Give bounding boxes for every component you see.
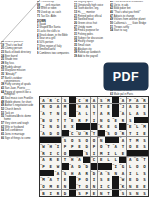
grid-cell-black (69, 110, 76, 116)
cell-letter: N (64, 184, 66, 189)
grid-cell: A (83, 104, 90, 110)
cell-letter: A (57, 171, 59, 176)
grid-cell: 62M (40, 176, 47, 182)
cell-letter: O (49, 104, 51, 109)
grid-cell: D (47, 130, 54, 136)
cell-letter: S (100, 98, 102, 103)
cell-letter: A (122, 138, 124, 143)
cell-letter: I (57, 144, 59, 149)
cell-letter: A (42, 157, 44, 162)
cell-number: 36 (98, 136, 100, 138)
cell-letter: N (114, 171, 116, 176)
clue-item: 39 Add to the payroll (74, 56, 108, 59)
grid-cell: E (105, 104, 112, 110)
grid-cell: 11F (127, 97, 134, 103)
cell-number: 25 (127, 123, 129, 125)
grid-cell: O (98, 143, 105, 149)
cell-letter: R (86, 171, 88, 176)
grid-cell: D (83, 143, 90, 149)
cell-letter: C (71, 131, 73, 136)
cell-letter: O (114, 131, 116, 136)
grid-cell: N (91, 183, 98, 189)
grid-cell: 18A (76, 110, 83, 116)
grid-cell: T (62, 117, 69, 123)
grid-cell: R (76, 117, 83, 123)
grid-cell-black (98, 130, 105, 136)
grid-cell: X (69, 123, 76, 129)
grid-cell: 39H (47, 143, 54, 149)
grid-cell: G (112, 123, 119, 129)
grid-cell: 46H (69, 157, 76, 163)
cell-number: 60 (98, 170, 100, 172)
cell-number: 26 (134, 123, 136, 125)
cell-number: 7 (91, 97, 92, 99)
grid-cell: 23I (40, 123, 47, 129)
cell-letter: P (93, 144, 95, 149)
grid-cell: P (69, 143, 76, 149)
grid-cell-black (112, 190, 119, 196)
grid-cell: S (76, 137, 83, 143)
clues-column-across: 18 Church platform19 “That’s too bad”20 … (1, 41, 36, 197)
cell-number: 67 (76, 183, 78, 185)
cell-letter: D (64, 191, 66, 196)
cell-number: 48 (91, 156, 93, 158)
cell-number: 18 (76, 110, 78, 112)
grid-cell: 12A (134, 97, 141, 103)
grid-cell: 29C (69, 130, 76, 136)
grid-cell: 32T (91, 130, 98, 136)
grid-cell: O (134, 163, 141, 169)
cell-letter: W (122, 177, 124, 182)
cell-number: 21 (69, 117, 71, 119)
grid-cell: T (127, 137, 134, 143)
grid-cell: L (105, 157, 112, 163)
cell-number: 59 (91, 170, 93, 172)
grid-cell: E (141, 104, 148, 110)
grid-cell: 48C (91, 157, 98, 163)
cell-number: 17 (40, 110, 42, 112)
cell-letter: A (122, 98, 124, 103)
grid-cell: E (141, 130, 148, 136)
cell-number: 44 (84, 150, 86, 152)
grid-cell: L (112, 150, 119, 156)
grid-cell: T (54, 176, 61, 182)
cell-letter: T (93, 111, 95, 116)
grid-cell: 54D (83, 163, 90, 169)
cell-letter: D (136, 104, 138, 109)
grid-cell: N (98, 117, 105, 123)
cell-number: 5 (76, 97, 77, 99)
cell-letter: O (71, 138, 73, 143)
grid-cell: T (62, 157, 69, 163)
grid-cell-black (134, 150, 141, 156)
cell-number: 20 (40, 117, 42, 119)
cell-letter: O (129, 144, 131, 149)
grid-cell: T (91, 110, 98, 116)
grid-cell: 41T (105, 143, 112, 149)
cell-letter: C (78, 98, 80, 103)
cell-number: 15 (76, 103, 78, 105)
cell-letter: A (100, 111, 102, 116)
cell-number: 32 (91, 130, 93, 132)
grid-cell: L (134, 170, 141, 176)
grid-cell: 42A (112, 143, 119, 149)
grid-cell-black (40, 170, 47, 176)
cell-number: 71 (120, 189, 122, 191)
cell-number: 13 (141, 97, 143, 99)
cell-letter: A (100, 171, 102, 176)
cell-letter: I (49, 151, 51, 156)
cell-letter: P (86, 191, 88, 196)
grid-cell-black (91, 163, 98, 169)
grid-cell: O (54, 130, 61, 136)
cell-letter: H (78, 104, 80, 109)
grid-cell: 68K (119, 183, 126, 189)
grid-cell: N (54, 110, 61, 116)
cell-letter: O (86, 177, 88, 182)
grid-cell: 24K (98, 123, 105, 129)
grid-cell-black (54, 137, 61, 143)
cell-letter: O (64, 111, 66, 116)
grid-cell: O (112, 130, 119, 136)
grid-cell: I (98, 183, 105, 189)
cell-letter: O (100, 144, 102, 149)
grid-cell: 6H (83, 97, 90, 103)
grid-cell: I (91, 176, 98, 182)
cell-number: 38 (40, 143, 42, 145)
grid-cell: 50G (134, 157, 141, 163)
cell-letter: E (114, 118, 116, 123)
grid-cell: N (62, 183, 69, 189)
cell-number: 19 (120, 110, 122, 112)
grid-cell-black (91, 123, 98, 129)
grid-cell: E (91, 190, 98, 196)
grid-cell: S (127, 190, 134, 196)
cell-letter: L (107, 157, 109, 162)
cell-letter: C (57, 98, 59, 103)
grid-cell: O (91, 137, 98, 143)
cell-number: 65 (120, 176, 122, 178)
pdf-badge-label: PDF (113, 70, 140, 84)
cell-letter: T (100, 104, 102, 109)
cell-letter: A (49, 177, 51, 182)
cell-number: 57 (55, 170, 57, 172)
grid-cell-black (69, 176, 76, 182)
cell-letter: A (71, 164, 73, 169)
cell-number: 6 (84, 97, 85, 99)
grid-cell: 67T (76, 183, 83, 189)
cell-number: 63 (47, 176, 49, 178)
cell-letter: M (107, 98, 109, 103)
cell-letter: R (42, 104, 44, 109)
grid-cell: T (54, 117, 61, 123)
cell-letter: J (122, 104, 124, 109)
cell-letter: I (107, 151, 109, 156)
cell-letter: M (100, 151, 102, 156)
grid-cell: 13R (141, 97, 148, 103)
grid-cell: T (105, 190, 112, 196)
grid-cell: T (47, 110, 54, 116)
cell-letter: E (93, 191, 95, 196)
cell-number: 39 (47, 143, 49, 145)
grid-cell: L (83, 110, 90, 116)
clues-column-down: 10 Slightly open11 Unnaturally high voic… (74, 1, 108, 95)
cell-letter: R (78, 118, 80, 123)
cell-number: 28 (40, 130, 42, 132)
grid-cell: 65W (119, 176, 126, 182)
cell-letter: A (42, 111, 44, 116)
cell-letter: S (143, 138, 145, 143)
grid-cell: 16J (119, 104, 126, 110)
grid-cell: I (91, 117, 98, 123)
pdf-file-badge[interactable]: PDF (104, 63, 148, 90)
cell-letter: E (143, 184, 145, 189)
cell-number: 30 (76, 130, 78, 132)
cell-letter: I (93, 177, 95, 182)
cell-letter: U (78, 131, 80, 136)
grid-cell: 49A (127, 157, 134, 163)
cell-letter: S (64, 138, 66, 143)
cell-number: 68 (120, 183, 122, 185)
cell-letter: D (93, 171, 95, 176)
cell-letter: I (114, 164, 116, 169)
grid-cell: T (127, 130, 134, 136)
cell-letter: T (129, 131, 131, 136)
cell-letter: R (42, 151, 44, 156)
grid-cell: 70S (76, 190, 83, 196)
grid-cell: R (83, 170, 90, 176)
cell-letter: M (64, 104, 66, 109)
cell-letter: T (107, 144, 109, 149)
cell-number: 43 (40, 150, 42, 152)
cell-number: 49 (127, 156, 129, 158)
grid-cell: I (127, 170, 134, 176)
cell-number: 53 (69, 163, 71, 165)
cell-number: 66 (40, 183, 42, 185)
cell-letter: S (129, 118, 131, 123)
grid-cell: A (119, 170, 126, 176)
grid-cell: I (47, 150, 54, 156)
cell-letter: O (57, 131, 59, 136)
cell-letter: H (49, 144, 51, 149)
cell-letter: I (42, 124, 44, 129)
cell-number: 45 (40, 156, 42, 158)
grid-cell: N (98, 190, 105, 196)
cell-letter: O (86, 184, 88, 189)
grid-cell: 5C (76, 97, 83, 103)
cell-number: 33 (105, 130, 107, 132)
cell-number: 62 (40, 176, 42, 178)
cell-letter: A (42, 131, 44, 136)
clue-item: 66 Sign of things to come (1, 138, 36, 141)
grid-cell-black (69, 190, 76, 196)
cell-letter: D (78, 164, 80, 169)
grid-cell: 17A (40, 110, 47, 116)
cell-letter: E (64, 177, 66, 182)
grid-cell: 7A (91, 97, 98, 103)
grid-cell: 1A (40, 97, 47, 103)
grid-cell: E (105, 176, 112, 182)
grid-cell: E (47, 163, 54, 169)
cell-letter: F (129, 98, 131, 103)
grid-cell-black (62, 130, 69, 136)
grid-cell: 69B (40, 190, 47, 196)
cell-number: 55 (112, 163, 114, 165)
grid-cell: E (54, 157, 61, 163)
cell-letter: T (57, 118, 59, 123)
cell-letter: A (78, 171, 80, 176)
cell-letter: I (93, 151, 95, 156)
grid-cell-black (69, 97, 76, 103)
cell-number: 41 (105, 143, 107, 145)
grid-cell: S (141, 110, 148, 116)
cell-letter: S (143, 171, 145, 176)
cell-letter: N (100, 118, 102, 123)
grid-cell: L (112, 157, 119, 163)
grid-cell: 28A (40, 130, 47, 136)
cell-letter: I (93, 118, 95, 123)
cell-letter: O (143, 164, 145, 169)
cell-letter: O (136, 164, 138, 169)
cell-number: 27 (141, 123, 143, 125)
grid-cell: 43R (40, 150, 47, 156)
cell-letter: G (136, 157, 138, 162)
grid-cell: L (127, 163, 134, 169)
grid-cell-black (119, 123, 126, 129)
clues-column-across-end-and-down: 67 Pick-me-up68 ___-jerk reaction69 Wren… (37, 1, 72, 95)
grid-cell-black (112, 110, 119, 116)
grid-cell: 27M (141, 123, 148, 129)
cell-letter: S (107, 171, 109, 176)
cell-number: 34 (120, 130, 122, 132)
grid-cell: R (119, 117, 126, 123)
cell-letter: G (122, 164, 124, 169)
cell-letter: T (107, 191, 109, 196)
cell-number: 14 (40, 103, 42, 105)
cell-letter: R (49, 98, 51, 103)
cell-letter: A (78, 111, 80, 116)
grid-cell: E (134, 183, 141, 189)
grid-cell: O (62, 110, 69, 116)
grid-cell: S (141, 143, 148, 149)
cell-letter: E (100, 157, 102, 162)
grid-cell: A (76, 170, 83, 176)
grid-cell: 30U (76, 130, 83, 136)
cell-number: 54 (84, 163, 86, 165)
grid-cell: C (105, 183, 112, 189)
grid-cell: 53A (69, 163, 76, 169)
grid-cell: A (98, 110, 105, 116)
grid-cell: D (134, 104, 141, 110)
grid-cell: A (54, 104, 61, 110)
grid-cell: 44S (83, 150, 90, 156)
cell-letter: N (100, 191, 102, 196)
grid-cell: E (141, 183, 148, 189)
grid-cell: P (91, 143, 98, 149)
cell-number: 8 (98, 97, 99, 99)
cell-number: 10 (120, 97, 122, 99)
grid-cell: I (47, 190, 54, 196)
cell-letter: E (64, 124, 66, 129)
cell-letter: C (57, 151, 59, 156)
cell-number: 4 (62, 97, 63, 99)
cell-letter: E (71, 118, 73, 123)
grid-cell-black (134, 117, 141, 123)
grid-cell-black (69, 104, 76, 110)
cell-letter: R (49, 157, 51, 162)
grid-cell: C (54, 150, 61, 156)
cell-number: 37 (120, 136, 122, 138)
grid-cell: S (141, 176, 148, 182)
crossword-page: { "game": "crossword", "grid_size": "15x… (0, 0, 149, 198)
cell-number: 56 (120, 163, 122, 165)
cell-letter: E (107, 104, 109, 109)
cell-letter: N (57, 111, 59, 116)
grid-cell-black (83, 123, 90, 129)
cell-number: 11 (127, 97, 129, 99)
cell-letter: L (114, 151, 116, 156)
cell-letter: S (78, 191, 80, 196)
cell-number: 12 (134, 97, 136, 99)
cell-letter: W (57, 164, 59, 169)
grid-cell: R (47, 157, 54, 163)
grid-cell: 52P (40, 163, 47, 169)
cell-letter: O (86, 138, 88, 143)
grid-cell-black (105, 163, 112, 169)
cell-letter: G (107, 118, 109, 123)
cell-letter: A (122, 111, 124, 116)
grid-cell: R (54, 190, 61, 196)
grid-cell: S (98, 176, 105, 182)
cell-letter: M (49, 184, 51, 189)
cell-letter: P (71, 144, 73, 149)
cell-letter: A (129, 104, 131, 109)
cell-letter: E (57, 157, 59, 162)
cell-letter: T (122, 144, 124, 149)
grid-cell-black (76, 123, 83, 129)
cell-number: 40 (55, 143, 57, 145)
grid-cell: I (105, 150, 112, 156)
grid-cell: M (98, 150, 105, 156)
cell-number: 70 (76, 189, 78, 191)
cell-letter: K (100, 124, 102, 129)
grid-cell: E (134, 143, 141, 149)
cell-number: 3 (55, 97, 56, 99)
grid-cell: 25E (127, 123, 134, 129)
grid-cell: U (47, 117, 54, 123)
cell-letter: R (122, 131, 124, 136)
grid-cell: I (134, 130, 141, 136)
cell-number: 31 (84, 130, 86, 132)
cell-letter: O (93, 138, 95, 143)
grid-cell: 15H (76, 104, 83, 110)
grid-cell: 4S (62, 97, 69, 103)
cell-number: 51 (141, 156, 143, 158)
cell-letter: T (143, 157, 145, 162)
cell-letter: A (114, 144, 116, 149)
grid-cell: F (83, 117, 90, 123)
cell-number: 46 (69, 156, 71, 158)
grid-cell: D (62, 190, 69, 196)
grid-cell-black (112, 104, 119, 110)
cell-number: 52 (40, 163, 42, 165)
cell-number: 35 (62, 136, 64, 138)
grid-cell: 63A (47, 176, 54, 182)
clue-item: 9 Combines two companies (37, 53, 72, 56)
cell-letter: I (136, 131, 138, 136)
cell-letter: P (78, 177, 80, 182)
crossword-grid: 1A2R3C4S5C6H7A8S9M10A11F12A13R14ROAM15HA… (39, 96, 149, 197)
